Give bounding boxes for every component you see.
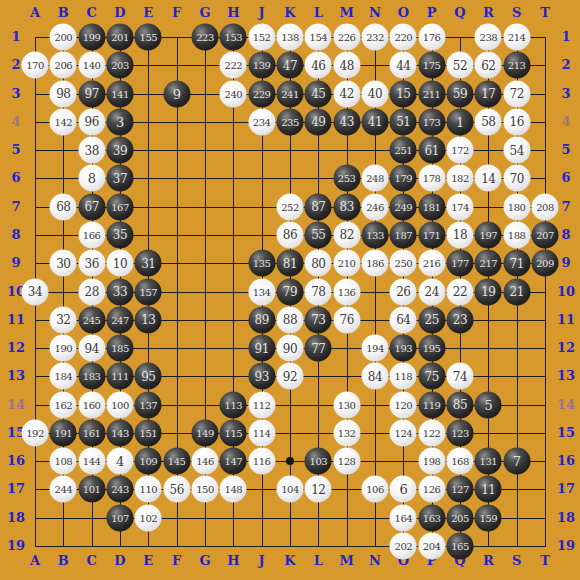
move-number: 178 [423, 173, 441, 184]
move-number: 235 [281, 116, 299, 127]
stone-white-C16-move-144[interactable]: 144 [78, 448, 105, 475]
stone-white-C4-move-96[interactable]: 96 [78, 108, 105, 135]
stone-black-K2-move-47[interactable]: 47 [276, 52, 303, 79]
stone-black-L11-move-73[interactable]: 73 [305, 306, 332, 333]
stone-white-C9-move-36[interactable]: 36 [78, 250, 105, 277]
move-number: 222 [225, 60, 243, 71]
stone-white-K17-move-104[interactable]: 104 [276, 476, 303, 503]
col-label-B-bottom: B [50, 553, 76, 569]
row-label-19-left: 19 [3, 538, 29, 554]
col-label-G-bottom: G [192, 553, 218, 569]
stone-black-P11-move-25[interactable]: 25 [418, 306, 445, 333]
stone-white-S6-move-70[interactable]: 70 [503, 165, 530, 192]
stone-black-S16-move-7[interactable]: 7 [503, 448, 530, 475]
stone-black-Q18-move-205[interactable]: 205 [446, 504, 473, 531]
stone-white-O17-move-6[interactable]: 6 [390, 476, 417, 503]
stone-white-A15-move-192[interactable]: 192 [22, 419, 49, 446]
stone-white-D9-move-10[interactable]: 10 [106, 250, 133, 277]
stone-black-O3-move-15[interactable]: 15 [390, 80, 417, 107]
stone-white-C2-move-140[interactable]: 140 [78, 52, 105, 79]
stone-black-R8-move-197[interactable]: 197 [475, 221, 502, 248]
move-number: 17 [481, 87, 495, 101]
stone-white-M2-move-48[interactable]: 48 [333, 52, 360, 79]
stone-white-K7-move-252[interactable]: 252 [276, 193, 303, 220]
stone-white-O2-move-44[interactable]: 44 [390, 52, 417, 79]
stone-white-K12-move-90[interactable]: 90 [276, 335, 303, 362]
stone-white-B11-move-32[interactable]: 32 [50, 306, 77, 333]
stone-black-Q15-move-123[interactable]: 123 [446, 419, 473, 446]
stone-white-F17-move-56[interactable]: 56 [163, 476, 190, 503]
stone-black-C11-move-245[interactable]: 245 [78, 306, 105, 333]
stone-black-D10-move-33[interactable]: 33 [106, 278, 133, 305]
stone-black-T9-move-209[interactable]: 209 [531, 250, 558, 277]
stone-black-E9-move-31[interactable]: 31 [135, 250, 162, 277]
stone-black-P5-move-61[interactable]: 61 [418, 137, 445, 164]
stone-black-J13-move-93[interactable]: 93 [248, 363, 275, 390]
col-label-G-top: G [192, 5, 218, 21]
col-label-R-top: R [475, 5, 501, 21]
move-number: 72 [510, 87, 524, 101]
stone-white-O11-move-64[interactable]: 64 [390, 306, 417, 333]
stone-black-R3-move-17[interactable]: 17 [475, 80, 502, 107]
move-number: 217 [480, 258, 498, 269]
move-number: 93 [255, 369, 269, 383]
stone-white-C12-move-94[interactable]: 94 [78, 335, 105, 362]
move-number: 7 [513, 454, 521, 469]
stone-white-N3-move-40[interactable]: 40 [361, 80, 388, 107]
stone-white-O15-move-124[interactable]: 124 [390, 419, 417, 446]
stone-white-P15-move-122[interactable]: 122 [418, 419, 445, 446]
move-number: 126 [423, 484, 441, 495]
stone-black-C17-move-101[interactable]: 101 [78, 476, 105, 503]
stone-white-K11-move-88[interactable]: 88 [276, 306, 303, 333]
stone-black-O7-move-249[interactable]: 249 [390, 193, 417, 220]
stone-black-L16-move-103[interactable]: 103 [305, 448, 332, 475]
move-number: 151 [140, 427, 158, 438]
stone-white-B14-move-162[interactable]: 162 [50, 391, 77, 418]
stone-white-K1-move-138[interactable]: 138 [276, 24, 303, 51]
move-number: 177 [451, 258, 469, 269]
stone-white-L9-move-80[interactable]: 80 [305, 250, 332, 277]
stone-white-E17-move-110[interactable]: 110 [135, 476, 162, 503]
stone-white-B17-move-244[interactable]: 244 [50, 476, 77, 503]
stone-white-Q2-move-52[interactable]: 52 [446, 52, 473, 79]
move-number: 226 [338, 32, 356, 43]
stone-white-J15-move-114[interactable]: 114 [248, 419, 275, 446]
stone-white-M16-move-128[interactable]: 128 [333, 448, 360, 475]
stone-black-Q19-move-165[interactable]: 165 [446, 533, 473, 560]
col-label-T-bottom: T [532, 553, 558, 569]
row-label-4-right: 4 [553, 114, 579, 130]
stone-black-N8-move-133[interactable]: 133 [361, 221, 388, 248]
col-label-P-top: P [419, 5, 445, 21]
stone-black-K3-move-241[interactable]: 241 [276, 80, 303, 107]
stone-black-D4-move-3[interactable]: 3 [106, 108, 133, 135]
move-number: 91 [255, 341, 269, 355]
stone-black-Q3-move-59[interactable]: 59 [446, 80, 473, 107]
move-number: 155 [140, 32, 158, 43]
move-number: 58 [481, 115, 495, 129]
stone-white-M15-move-132[interactable]: 132 [333, 419, 360, 446]
stone-white-S4-move-16[interactable]: 16 [503, 108, 530, 135]
stone-black-D6-move-37[interactable]: 37 [106, 165, 133, 192]
move-number: 59 [453, 87, 467, 101]
move-number: 24 [425, 285, 439, 299]
stone-white-B2-move-206[interactable]: 206 [50, 52, 77, 79]
stone-black-O4-move-51[interactable]: 51 [390, 108, 417, 135]
stone-white-J10-move-134[interactable]: 134 [248, 278, 275, 305]
stone-white-S5-move-54[interactable]: 54 [503, 137, 530, 164]
stone-white-D14-move-100[interactable]: 100 [106, 391, 133, 418]
stone-black-D15-move-143[interactable]: 143 [106, 419, 133, 446]
col-label-D-top: D [107, 5, 133, 21]
stone-white-Q10-move-22[interactable]: 22 [446, 278, 473, 305]
stone-white-C8-move-166[interactable]: 166 [78, 221, 105, 248]
stone-black-K10-move-79[interactable]: 79 [276, 278, 303, 305]
row-label-3-right: 3 [553, 86, 579, 102]
stone-white-B4-move-142[interactable]: 142 [50, 108, 77, 135]
stone-white-R4-move-58[interactable]: 58 [475, 108, 502, 135]
stone-white-O1-move-220[interactable]: 220 [390, 24, 417, 51]
stone-white-O13-move-118[interactable]: 118 [390, 363, 417, 390]
stone-black-Q17-move-127[interactable]: 127 [446, 476, 473, 503]
stone-white-N1-move-232[interactable]: 232 [361, 24, 388, 51]
stone-white-A10-move-34[interactable]: 34 [22, 278, 49, 305]
stone-white-L17-move-12[interactable]: 12 [305, 476, 332, 503]
stone-white-Q13-move-74[interactable]: 74 [446, 363, 473, 390]
stone-black-C13-move-183[interactable]: 183 [78, 363, 105, 390]
stone-black-D7-move-167[interactable]: 167 [106, 193, 133, 220]
stone-black-M4-move-43[interactable]: 43 [333, 108, 360, 135]
stone-white-C14-move-160[interactable]: 160 [78, 391, 105, 418]
move-number: 26 [396, 285, 410, 299]
stone-white-K8-move-86[interactable]: 86 [276, 221, 303, 248]
stone-white-M8-move-82[interactable]: 82 [333, 221, 360, 248]
stone-white-J16-move-116[interactable]: 116 [248, 448, 275, 475]
stone-black-D5-move-39[interactable]: 39 [106, 137, 133, 164]
stone-white-K13-move-92[interactable]: 92 [276, 363, 303, 390]
stone-black-N4-move-41[interactable]: 41 [361, 108, 388, 135]
stone-black-D2-move-203[interactable]: 203 [106, 52, 133, 79]
stone-white-P16-move-198[interactable]: 198 [418, 448, 445, 475]
stone-black-E11-move-13[interactable]: 13 [135, 306, 162, 333]
stone-black-L7-move-87[interactable]: 87 [305, 193, 332, 220]
stone-white-L1-move-154[interactable]: 154 [305, 24, 332, 51]
move-number: 73 [311, 313, 325, 327]
stone-white-B9-move-30[interactable]: 30 [50, 250, 77, 277]
stone-black-H15-move-115[interactable]: 115 [220, 419, 247, 446]
stone-black-E14-move-137[interactable]: 137 [135, 391, 162, 418]
stone-black-D11-move-247[interactable]: 247 [106, 306, 133, 333]
stone-black-P7-move-181[interactable]: 181 [418, 193, 445, 220]
stone-black-G1-move-223[interactable]: 223 [191, 24, 218, 51]
stone-black-J2-move-139[interactable]: 139 [248, 52, 275, 79]
stone-white-P19-move-204[interactable]: 204 [418, 533, 445, 560]
stone-white-N6-move-248[interactable]: 248 [361, 165, 388, 192]
stone-white-M10-move-136[interactable]: 136 [333, 278, 360, 305]
stone-white-C10-move-28[interactable]: 28 [78, 278, 105, 305]
col-label-L-top: L [305, 5, 331, 21]
stone-white-M1-move-226[interactable]: 226 [333, 24, 360, 51]
move-number: 194 [366, 343, 384, 354]
stone-black-H16-move-147[interactable]: 147 [220, 448, 247, 475]
stone-black-F3-move-9[interactable]: 9 [163, 80, 190, 107]
row-label-13-left: 13 [3, 368, 29, 384]
stone-white-P10-move-24[interactable]: 24 [418, 278, 445, 305]
stone-black-F16-move-145[interactable]: 145 [163, 448, 190, 475]
stone-black-D18-move-107[interactable]: 107 [106, 504, 133, 531]
move-number: 143 [111, 427, 129, 438]
stone-white-S8-move-188[interactable]: 188 [503, 221, 530, 248]
stone-black-P2-move-175[interactable]: 175 [418, 52, 445, 79]
stone-black-J3-move-229[interactable]: 229 [248, 80, 275, 107]
stone-white-N13-move-84[interactable]: 84 [361, 363, 388, 390]
move-number: 101 [83, 484, 101, 495]
stone-white-H3-move-240[interactable]: 240 [220, 80, 247, 107]
row-label-11-right: 11 [553, 312, 579, 328]
stone-white-O19-move-202[interactable]: 202 [390, 533, 417, 560]
move-number: 40 [368, 87, 382, 101]
move-number: 5 [484, 397, 492, 412]
stone-black-O8-move-187[interactable]: 187 [390, 221, 417, 248]
stone-white-R2-move-62[interactable]: 62 [475, 52, 502, 79]
stone-white-B12-move-190[interactable]: 190 [50, 335, 77, 362]
move-number: 147 [225, 456, 243, 467]
stone-white-C5-move-38[interactable]: 38 [78, 137, 105, 164]
move-number: 76 [340, 313, 354, 327]
col-label-H-top: H [220, 5, 246, 21]
stone-black-E13-move-95[interactable]: 95 [135, 363, 162, 390]
stone-black-J11-move-89[interactable]: 89 [248, 306, 275, 333]
stone-white-A2-move-170[interactable]: 170 [22, 52, 49, 79]
move-number: 150 [196, 484, 214, 495]
stone-white-B13-move-184[interactable]: 184 [50, 363, 77, 390]
move-number: 80 [311, 256, 325, 270]
stone-black-O12-move-193[interactable]: 193 [390, 335, 417, 362]
go-board[interactable]: AABBCCDDEEFFGGHHJJKKLLMMNNOOPPQQRRSSTT11… [0, 0, 580, 580]
stone-white-H2-move-222[interactable]: 222 [220, 52, 247, 79]
stone-black-O6-move-179[interactable]: 179 [390, 165, 417, 192]
stone-white-H17-move-148[interactable]: 148 [220, 476, 247, 503]
stone-white-S7-move-180[interactable]: 180 [503, 193, 530, 220]
stone-white-S3-move-72[interactable]: 72 [503, 80, 530, 107]
stone-white-G16-move-146[interactable]: 146 [191, 448, 218, 475]
stone-white-R1-move-238[interactable]: 238 [475, 24, 502, 51]
stone-black-R10-move-19[interactable]: 19 [475, 278, 502, 305]
move-number: 206 [55, 60, 73, 71]
stone-black-D1-move-201[interactable]: 201 [106, 24, 133, 51]
move-number: 182 [451, 173, 469, 184]
stone-white-B7-move-68[interactable]: 68 [50, 193, 77, 220]
stone-white-M14-move-130[interactable]: 130 [333, 391, 360, 418]
stone-white-P6-move-178[interactable]: 178 [418, 165, 445, 192]
stone-black-E15-move-151[interactable]: 151 [135, 419, 162, 446]
stone-black-J9-move-135[interactable]: 135 [248, 250, 275, 277]
stone-white-O9-move-250[interactable]: 250 [390, 250, 417, 277]
stone-black-R9-move-217[interactable]: 217 [475, 250, 502, 277]
stone-white-J4-move-234[interactable]: 234 [248, 108, 275, 135]
move-number: 133 [366, 229, 384, 240]
stone-white-C6-move-8[interactable]: 8 [78, 165, 105, 192]
row-label-1-left: 1 [3, 29, 29, 45]
move-number: 42 [340, 87, 354, 101]
move-number: 118 [395, 371, 413, 382]
stone-black-G15-move-149[interactable]: 149 [191, 419, 218, 446]
move-number: 115 [225, 427, 243, 438]
stone-white-Q8-move-18[interactable]: 18 [446, 221, 473, 248]
move-number: 154 [310, 32, 328, 43]
move-number: 86 [283, 228, 297, 242]
move-number: 83 [340, 200, 354, 214]
stone-black-H1-move-153[interactable]: 153 [220, 24, 247, 51]
stone-black-P3-move-211[interactable]: 211 [418, 80, 445, 107]
move-number: 18 [453, 228, 467, 242]
stone-white-N9-move-186[interactable]: 186 [361, 250, 388, 277]
stone-white-J14-move-112[interactable]: 112 [248, 391, 275, 418]
stone-white-L2-move-46[interactable]: 46 [305, 52, 332, 79]
stone-black-C1-move-199[interactable]: 199 [78, 24, 105, 51]
stone-black-J12-move-91[interactable]: 91 [248, 335, 275, 362]
stone-black-L8-move-55[interactable]: 55 [305, 221, 332, 248]
stone-white-P1-move-176[interactable]: 176 [418, 24, 445, 51]
stone-black-M6-move-253[interactable]: 253 [333, 165, 360, 192]
stone-black-Q4-move-1[interactable]: 1 [446, 108, 473, 135]
move-number: 54 [510, 143, 524, 157]
stone-white-P17-move-126[interactable]: 126 [418, 476, 445, 503]
stone-black-L12-move-77[interactable]: 77 [305, 335, 332, 362]
stone-black-R17-move-11[interactable]: 11 [475, 476, 502, 503]
stone-black-T8-move-207[interactable]: 207 [531, 221, 558, 248]
move-number: 159 [480, 512, 498, 523]
col-label-S-bottom: S [504, 553, 530, 569]
row-label-8-left: 8 [3, 227, 29, 243]
stone-white-G17-move-150[interactable]: 150 [191, 476, 218, 503]
stone-white-E18-move-102[interactable]: 102 [135, 504, 162, 531]
row-label-6-right: 6 [553, 170, 579, 186]
stone-black-Q14-move-85[interactable]: 85 [446, 391, 473, 418]
stone-black-C7-move-67[interactable]: 67 [78, 193, 105, 220]
stone-white-D16-move-4[interactable]: 4 [106, 448, 133, 475]
stone-black-K9-move-81[interactable]: 81 [276, 250, 303, 277]
stone-black-H14-move-113[interactable]: 113 [220, 391, 247, 418]
move-number: 213 [508, 60, 526, 71]
move-number: 167 [111, 201, 129, 212]
stone-black-P18-move-163[interactable]: 163 [418, 504, 445, 531]
stone-white-O18-move-164[interactable]: 164 [390, 504, 417, 531]
stone-black-P13-move-75[interactable]: 75 [418, 363, 445, 390]
stone-black-R18-move-159[interactable]: 159 [475, 504, 502, 531]
stone-white-Q5-move-172[interactable]: 172 [446, 137, 473, 164]
stone-white-T7-move-208[interactable]: 208 [531, 193, 558, 220]
stone-black-L3-move-45[interactable]: 45 [305, 80, 332, 107]
move-number: 137 [140, 399, 158, 410]
stone-black-E1-move-155[interactable]: 155 [135, 24, 162, 51]
move-number: 113 [225, 399, 243, 410]
move-number: 98 [56, 87, 70, 101]
stone-white-N12-move-194[interactable]: 194 [361, 335, 388, 362]
move-number: 46 [311, 58, 325, 72]
stone-white-J1-move-152[interactable]: 152 [248, 24, 275, 51]
stone-white-L10-move-78[interactable]: 78 [305, 278, 332, 305]
move-number: 145 [168, 456, 186, 467]
stone-black-B15-move-191[interactable]: 191 [50, 419, 77, 446]
stone-black-M7-move-83[interactable]: 83 [333, 193, 360, 220]
stone-white-Q16-move-168[interactable]: 168 [446, 448, 473, 475]
stone-white-B16-move-108[interactable]: 108 [50, 448, 77, 475]
stone-black-R16-move-131[interactable]: 131 [475, 448, 502, 475]
move-number: 131 [480, 456, 498, 467]
stone-white-M11-move-76[interactable]: 76 [333, 306, 360, 333]
move-number: 160 [83, 399, 101, 410]
move-number: 9 [173, 86, 181, 101]
move-number: 245 [83, 314, 101, 325]
stone-white-N7-move-246[interactable]: 246 [361, 193, 388, 220]
stone-black-L4-move-49[interactable]: 49 [305, 108, 332, 135]
stone-white-B3-move-98[interactable]: 98 [50, 80, 77, 107]
move-number: 87 [311, 200, 325, 214]
move-number: 25 [425, 313, 439, 327]
stone-black-P14-move-119[interactable]: 119 [418, 391, 445, 418]
stone-white-B1-move-200[interactable]: 200 [50, 24, 77, 51]
stone-black-D12-move-185[interactable]: 185 [106, 335, 133, 362]
stone-black-R14-move-5[interactable]: 5 [475, 391, 502, 418]
stone-white-M9-move-210[interactable]: 210 [333, 250, 360, 277]
move-number: 94 [85, 341, 99, 355]
stone-black-E16-move-109[interactable]: 109 [135, 448, 162, 475]
move-number: 14 [481, 171, 495, 185]
stone-black-S9-move-71[interactable]: 71 [503, 250, 530, 277]
move-number: 23 [453, 313, 467, 327]
stone-black-C15-move-161[interactable]: 161 [78, 419, 105, 446]
stone-black-Q11-move-23[interactable]: 23 [446, 306, 473, 333]
stone-black-D17-move-243[interactable]: 243 [106, 476, 133, 503]
move-number: 201 [111, 32, 129, 43]
stone-black-P12-move-195[interactable]: 195 [418, 335, 445, 362]
stone-black-O5-move-251[interactable]: 251 [390, 137, 417, 164]
row-label-14-right: 14 [553, 397, 579, 413]
move-number: 157 [140, 286, 158, 297]
stone-white-P9-move-216[interactable]: 216 [418, 250, 445, 277]
stone-white-O10-move-26[interactable]: 26 [390, 278, 417, 305]
stone-black-C3-move-97[interactable]: 97 [78, 80, 105, 107]
stone-black-S10-move-21[interactable]: 21 [503, 278, 530, 305]
stone-white-M3-move-42[interactable]: 42 [333, 80, 360, 107]
stone-black-D13-move-111[interactable]: 111 [106, 363, 133, 390]
move-number: 208 [536, 201, 554, 212]
row-label-11-left: 11 [3, 312, 29, 328]
stone-black-P4-move-173[interactable]: 173 [418, 108, 445, 135]
move-number: 148 [225, 484, 243, 495]
stone-white-O14-move-120[interactable]: 120 [390, 391, 417, 418]
row-label-13-right: 13 [553, 368, 579, 384]
stone-black-Q9-move-177[interactable]: 177 [446, 250, 473, 277]
stone-white-S1-move-214[interactable]: 214 [503, 24, 530, 51]
move-number: 136 [338, 286, 356, 297]
stone-white-N17-move-106[interactable]: 106 [361, 476, 388, 503]
move-number: 75 [425, 369, 439, 383]
stone-black-D8-move-35[interactable]: 35 [106, 221, 133, 248]
stone-black-E10-move-157[interactable]: 157 [135, 278, 162, 305]
stone-white-Q7-move-174[interactable]: 174 [446, 193, 473, 220]
stone-black-K4-move-235[interactable]: 235 [276, 108, 303, 135]
stone-white-R6-move-14[interactable]: 14 [475, 165, 502, 192]
stone-black-S2-move-213[interactable]: 213 [503, 52, 530, 79]
stone-white-Q6-move-182[interactable]: 182 [446, 165, 473, 192]
row-label-17-right: 17 [553, 481, 579, 497]
move-number: 74 [453, 369, 467, 383]
stone-black-P8-move-171[interactable]: 171 [418, 221, 445, 248]
stone-black-D3-move-141[interactable]: 141 [106, 80, 133, 107]
